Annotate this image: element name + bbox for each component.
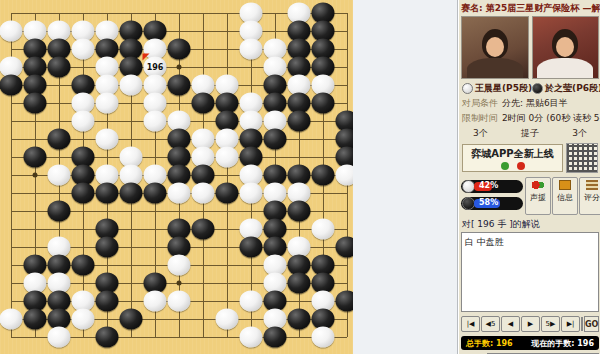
- webcam-black-player: [532, 16, 600, 79]
- current-move: 现在的手数: 196: [531, 338, 594, 349]
- black-stone: [288, 111, 311, 132]
- white-stone: [144, 111, 167, 132]
- black-stone: [168, 39, 191, 60]
- black-stone: [0, 75, 23, 96]
- white-stone: [240, 39, 263, 60]
- info-label: 信息: [557, 192, 573, 203]
- black-stone: [72, 255, 95, 276]
- webcam-white-player: [461, 16, 529, 79]
- black-stone-icon: [532, 83, 543, 94]
- white-stone: [216, 147, 239, 168]
- right-panel: 赛名: 第25届三星财产保险杯 —解说者 王晨星(P5段) 於之莹(P6段): [458, 0, 600, 354]
- winrate-and-buttons: 42% 58% 声援 信息 评分: [459, 175, 600, 215]
- black-stone: [24, 147, 47, 168]
- apple-icon: [517, 162, 525, 170]
- white-stone: [144, 291, 167, 312]
- white-stone: [72, 309, 95, 330]
- white-stone: [120, 75, 143, 96]
- commentary-heading: 对[ 196 手 ]的解说: [459, 215, 600, 232]
- white-stone: [96, 93, 119, 114]
- white-stone: [192, 183, 215, 204]
- white-stone: [312, 327, 335, 348]
- time-row: 限制时间 2时间 0分 (60秒 读秒 5番): [459, 111, 600, 126]
- white-stone: [168, 291, 191, 312]
- forward-button[interactable]: ▶: [521, 316, 540, 332]
- black-player-face: [556, 37, 574, 57]
- black-stone: [288, 309, 311, 330]
- white-stone: [72, 111, 95, 132]
- white-stone: [168, 255, 191, 276]
- white-player-name: 王晨星(P5段): [462, 82, 532, 95]
- white-stone: [168, 183, 191, 204]
- move-counter-bar: 总手数: 196 现在的手数: 196: [461, 336, 599, 350]
- black-stone: [264, 129, 287, 150]
- white-stone: [216, 309, 239, 330]
- conditions-value: 分先: 黑贴6目半: [502, 97, 568, 110]
- move-number-input[interactable]: [581, 317, 583, 331]
- board-panel-spacer: [353, 0, 458, 354]
- black-stone: [48, 201, 71, 222]
- last-move-button[interactable]: ▶|: [561, 316, 580, 332]
- black-stone: [192, 93, 215, 114]
- white-stone: [240, 183, 263, 204]
- black-stone: [96, 291, 119, 312]
- black-winrate-pct: 58%: [479, 198, 498, 207]
- white-stone: [0, 309, 23, 330]
- white-player-body: [467, 58, 523, 79]
- banner-icons: [463, 162, 562, 170]
- white-winrate-pct: 42%: [479, 181, 498, 190]
- black-stone: [192, 219, 215, 240]
- black-stone: [120, 309, 143, 330]
- back-button[interactable]: ◀: [501, 316, 520, 332]
- black-stone: [144, 183, 167, 204]
- info-button[interactable]: 信息: [552, 177, 578, 215]
- star-point: [177, 65, 182, 70]
- app-banner[interactable]: 弈城APP全新上线: [462, 144, 563, 172]
- white-stone: [48, 165, 71, 186]
- captures-label: 提子: [521, 127, 539, 140]
- time-value: 2时间 0分 (60秒 读秒 5番): [502, 112, 600, 125]
- white-stone: [96, 129, 119, 150]
- go-board[interactable]: 196: [0, 0, 353, 354]
- white-winrate-bar: 42%: [461, 180, 523, 193]
- back5-button[interactable]: ◀5: [481, 316, 500, 332]
- cheer-button[interactable]: 声援: [525, 177, 551, 215]
- white-stone: [48, 327, 71, 348]
- move-navigation: |◀ ◀5 ◀ ▶ 5▶ ▶| GO: [459, 312, 600, 334]
- black-stone: [72, 183, 95, 204]
- black-stone: [312, 93, 335, 114]
- white-player-face: [486, 37, 504, 57]
- score-button[interactable]: 评分: [579, 177, 600, 215]
- black-stone: [24, 93, 47, 114]
- black-stone: [96, 237, 119, 258]
- black-captures-count: 3个: [572, 127, 587, 140]
- webcam-row: [459, 16, 600, 79]
- side-buttons: 声援 信息 评分: [525, 177, 600, 215]
- commentary-text: 白 中盘胜: [465, 237, 504, 247]
- black-stone: [24, 309, 47, 330]
- black-winrate-bar: 58%: [461, 197, 523, 210]
- star-point: [177, 281, 182, 286]
- white-player-label: 王晨星(P5段): [475, 82, 532, 95]
- black-stone: [48, 129, 71, 150]
- cheer-label: 声援: [530, 192, 546, 203]
- black-stone: [48, 57, 71, 78]
- black-stone: [96, 183, 119, 204]
- qr-code-icon: [566, 143, 598, 173]
- time-label: 限制时间: [462, 112, 502, 125]
- black-stone: [216, 183, 239, 204]
- total-moves: 总手数: 196: [466, 338, 513, 349]
- app-window: 196 赛名: 第25届三星财产保险杯 —解说者 王晨星(P5段): [0, 0, 600, 354]
- black-stone: [96, 327, 119, 348]
- black-stone: [168, 75, 191, 96]
- black-player-label: 於之莹(P6段): [545, 82, 600, 95]
- score-books-icon: [586, 180, 598, 190]
- conditions-label: 对局条件: [462, 97, 502, 110]
- black-player-name: 於之莹(P6段): [532, 82, 600, 95]
- black-stone: [312, 165, 335, 186]
- black-stone: [120, 183, 143, 204]
- black-stone: [264, 327, 287, 348]
- go-button[interactable]: GO: [584, 316, 599, 332]
- white-stone: [312, 219, 335, 240]
- conditions-row: 对局条件 分先: 黑贴6目半: [459, 96, 600, 111]
- banner-row: 弈城APP全新上线: [459, 141, 600, 175]
- android-icon: [501, 162, 509, 170]
- white-stone: [72, 39, 95, 60]
- event-title: 赛名: 第25届三星财产保险杯 —解说者: [459, 0, 600, 16]
- black-stone: [288, 273, 311, 294]
- white-stone: [0, 21, 23, 42]
- forward5-button[interactable]: 5▶: [541, 316, 560, 332]
- info-chest-icon: [559, 180, 571, 190]
- commentary-box[interactable]: 白 中盘胜: [461, 232, 599, 312]
- white-stone: [240, 327, 263, 348]
- first-move-button[interactable]: |◀: [461, 316, 480, 332]
- banner-text: 弈城APP全新上线: [463, 147, 562, 161]
- captures-row: 3个 提子 3个: [459, 126, 600, 141]
- cheer-balls-icon: [532, 180, 544, 190]
- white-stone-icon: [462, 83, 473, 94]
- player-names-row: 王晨星(P5段) 於之莹(P6段): [459, 79, 600, 96]
- black-stone: [240, 237, 263, 258]
- black-player-body: [537, 58, 593, 79]
- black-stone: [288, 201, 311, 222]
- winrate-bars: 42% 58%: [461, 177, 523, 215]
- score-label: 评分: [584, 192, 600, 203]
- star-point: [33, 173, 38, 178]
- white-stone: [240, 291, 263, 312]
- white-captures-count: 3个: [473, 127, 488, 140]
